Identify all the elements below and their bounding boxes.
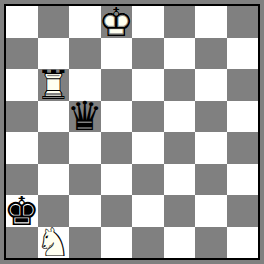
square-a1[interactable]: [6, 227, 38, 259]
black-queen-icon: ♛: [67, 96, 103, 136]
black-king-icon: ♚: [4, 191, 40, 231]
square-a6[interactable]: [6, 69, 38, 101]
square-h1[interactable]: [227, 227, 259, 259]
square-h3[interactable]: [227, 164, 259, 196]
square-d8[interactable]: ♚♔: [101, 6, 133, 38]
white-king-fill: ♚: [98, 2, 134, 42]
diagram-frame: ♚♔♜♖♛♚♞♘: [0, 0, 264, 264]
square-a4[interactable]: [6, 132, 38, 164]
square-c2[interactable]: [69, 195, 101, 227]
square-h2[interactable]: [227, 195, 259, 227]
square-h6[interactable]: [227, 69, 259, 101]
square-g7[interactable]: [195, 38, 227, 70]
square-h4[interactable]: [227, 132, 259, 164]
square-a8[interactable]: [6, 6, 38, 38]
square-b3[interactable]: [38, 164, 70, 196]
square-g4[interactable]: [195, 132, 227, 164]
square-f3[interactable]: [164, 164, 196, 196]
square-d7[interactable]: [101, 38, 133, 70]
square-f6[interactable]: [164, 69, 196, 101]
square-f8[interactable]: [164, 6, 196, 38]
square-f2[interactable]: [164, 195, 196, 227]
square-a3[interactable]: [6, 164, 38, 196]
square-b5[interactable]: [38, 101, 70, 133]
white-rook: ♜♖: [38, 69, 70, 101]
square-f1[interactable]: [164, 227, 196, 259]
white-knight-icon: ♘: [35, 222, 71, 262]
white-knight-fill: ♞: [35, 222, 71, 262]
square-e2[interactable]: [132, 195, 164, 227]
square-g3[interactable]: [195, 164, 227, 196]
white-king-icon: ♔: [98, 2, 134, 42]
square-e8[interactable]: [132, 6, 164, 38]
square-d6[interactable]: [101, 69, 133, 101]
square-c4[interactable]: [69, 132, 101, 164]
square-c5[interactable]: ♛: [69, 101, 101, 133]
square-e5[interactable]: [132, 101, 164, 133]
square-f4[interactable]: [164, 132, 196, 164]
square-e6[interactable]: [132, 69, 164, 101]
square-c6[interactable]: [69, 69, 101, 101]
square-e4[interactable]: [132, 132, 164, 164]
white-rook-icon: ♖: [35, 65, 71, 105]
square-d3[interactable]: [101, 164, 133, 196]
square-f5[interactable]: [164, 101, 196, 133]
square-b1[interactable]: ♞♘: [38, 227, 70, 259]
square-d4[interactable]: [101, 132, 133, 164]
black-king: ♚: [6, 195, 38, 227]
square-a2[interactable]: ♚: [6, 195, 38, 227]
square-a7[interactable]: [6, 38, 38, 70]
square-e3[interactable]: [132, 164, 164, 196]
square-c3[interactable]: [69, 164, 101, 196]
square-b7[interactable]: [38, 38, 70, 70]
white-rook-fill: ♜: [35, 65, 71, 105]
square-g8[interactable]: [195, 6, 227, 38]
square-c1[interactable]: [69, 227, 101, 259]
square-h5[interactable]: [227, 101, 259, 133]
white-knight: ♞♘: [38, 227, 70, 259]
square-b8[interactable]: [38, 6, 70, 38]
square-c8[interactable]: [69, 6, 101, 38]
square-b6[interactable]: ♜♖: [38, 69, 70, 101]
square-g1[interactable]: [195, 227, 227, 259]
square-g6[interactable]: [195, 69, 227, 101]
chess-board: ♚♔♜♖♛♚♞♘: [4, 4, 260, 260]
square-h7[interactable]: [227, 38, 259, 70]
square-a5[interactable]: [6, 101, 38, 133]
square-d1[interactable]: [101, 227, 133, 259]
white-king: ♚♔: [101, 6, 133, 38]
square-e7[interactable]: [132, 38, 164, 70]
black-queen: ♛: [69, 101, 101, 133]
square-d5[interactable]: [101, 101, 133, 133]
square-b4[interactable]: [38, 132, 70, 164]
square-c7[interactable]: [69, 38, 101, 70]
square-e1[interactable]: [132, 227, 164, 259]
square-b2[interactable]: [38, 195, 70, 227]
square-g5[interactable]: [195, 101, 227, 133]
square-d2[interactable]: [101, 195, 133, 227]
square-h8[interactable]: [227, 6, 259, 38]
square-f7[interactable]: [164, 38, 196, 70]
square-g2[interactable]: [195, 195, 227, 227]
